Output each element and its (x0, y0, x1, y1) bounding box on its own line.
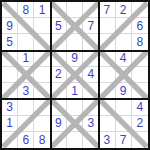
cell-r9c7[interactable]: 3 (99, 132, 115, 148)
cell-r7c5[interactable] (67, 99, 83, 115)
given-digit: 2 (120, 4, 127, 16)
given-digit: 6 (137, 20, 144, 32)
sudoku-board: 8172957658194243193419326837 (0, 0, 150, 150)
cell-r8c4[interactable]: 9 (51, 116, 67, 132)
cell-r8c8[interactable] (116, 116, 132, 132)
cell-r8c3[interactable] (34, 116, 50, 132)
cell-r9c6[interactable] (83, 132, 99, 148)
cell-r7c9[interactable]: 4 (132, 99, 148, 115)
cell-r9c3[interactable]: 8 (34, 132, 50, 148)
given-digit: 9 (120, 85, 127, 97)
cell-r8c7[interactable] (99, 116, 115, 132)
given-digit: 7 (120, 134, 127, 146)
cell-r4c4[interactable] (51, 51, 67, 67)
sudoku-grid: 8172957658194243193419326837 (2, 2, 148, 148)
cell-r8c5[interactable] (67, 116, 83, 132)
given-digit: 3 (22, 85, 29, 97)
given-digit: 2 (55, 68, 62, 80)
cell-r2c8[interactable] (116, 18, 132, 34)
cell-r1c9[interactable] (132, 2, 148, 18)
cell-r1c6[interactable] (83, 2, 99, 18)
given-digit: 3 (87, 117, 94, 129)
cell-r1c7[interactable]: 7 (99, 2, 115, 18)
given-digit: 6 (22, 134, 29, 146)
given-digit: 5 (55, 20, 62, 32)
cell-r1c5[interactable] (67, 2, 83, 18)
cell-r5c6[interactable]: 4 (83, 67, 99, 83)
given-digit: 3 (6, 101, 13, 113)
cell-r8c2[interactable] (18, 116, 34, 132)
given-digit: 8 (137, 36, 144, 48)
cell-r2c9[interactable]: 6 (132, 18, 148, 34)
cell-r2c7[interactable] (99, 18, 115, 34)
cell-r2c6[interactable]: 7 (83, 18, 99, 34)
cell-r2c5[interactable] (67, 18, 83, 34)
cell-r6c7[interactable] (99, 83, 115, 99)
cell-r6c4[interactable] (51, 83, 67, 99)
given-digit: 1 (71, 85, 78, 97)
cell-r2c4[interactable]: 5 (51, 18, 67, 34)
cell-r8c1[interactable]: 1 (2, 116, 18, 132)
given-digit: 3 (104, 134, 111, 146)
cell-r4c5[interactable]: 9 (67, 51, 83, 67)
given-digit: 8 (39, 134, 46, 146)
cell-r6c9[interactable] (132, 83, 148, 99)
cell-r5c1[interactable] (2, 67, 18, 83)
cell-r9c1[interactable] (2, 132, 18, 148)
given-digit: 2 (137, 117, 144, 129)
cell-r9c2[interactable]: 6 (18, 132, 34, 148)
given-digit: 5 (6, 36, 13, 48)
given-digit: 1 (39, 4, 46, 16)
given-digit: 9 (6, 20, 13, 32)
cell-r4c7[interactable] (99, 51, 115, 67)
cell-r6c8[interactable]: 9 (116, 83, 132, 99)
cell-r5c4[interactable]: 2 (51, 67, 67, 83)
cell-r5c3[interactable] (34, 67, 50, 83)
cell-r7c8[interactable] (116, 99, 132, 115)
cell-r5c9[interactable] (132, 67, 148, 83)
cell-r9c5[interactable] (67, 132, 83, 148)
cell-r3c2[interactable] (18, 34, 34, 50)
cell-r9c9[interactable] (132, 132, 148, 148)
given-digit: 9 (55, 117, 62, 129)
cell-r7c6[interactable] (83, 99, 99, 115)
cell-r4c2[interactable]: 1 (18, 51, 34, 67)
cell-r3c3[interactable] (34, 34, 50, 50)
cell-r4c8[interactable]: 4 (116, 51, 132, 67)
cell-r3c5[interactable] (67, 34, 83, 50)
given-digit: 8 (22, 4, 29, 16)
cell-r1c8[interactable]: 2 (116, 2, 132, 18)
cell-r3c7[interactable] (99, 34, 115, 50)
given-digit: 1 (6, 117, 13, 129)
cell-r1c1[interactable] (2, 2, 18, 18)
cell-r1c2[interactable]: 8 (18, 2, 34, 18)
cell-r3c8[interactable] (116, 34, 132, 50)
cell-r7c1[interactable]: 3 (2, 99, 18, 115)
cell-r1c4[interactable] (51, 2, 67, 18)
cell-r8c6[interactable]: 3 (83, 116, 99, 132)
cell-r6c6[interactable] (83, 83, 99, 99)
cell-r6c2[interactable]: 3 (18, 83, 34, 99)
cell-r5c5[interactable] (67, 67, 83, 83)
cell-r7c7[interactable] (99, 99, 115, 115)
given-digit: 9 (71, 52, 78, 64)
cell-r3c9[interactable]: 8 (132, 34, 148, 50)
cell-r2c2[interactable] (18, 18, 34, 34)
given-digit: 7 (104, 4, 111, 16)
cell-r5c8[interactable] (116, 67, 132, 83)
cell-r5c2[interactable] (18, 67, 34, 83)
cell-r2c3[interactable] (34, 18, 50, 34)
cell-r6c5[interactable]: 1 (67, 83, 83, 99)
cell-r1c3[interactable]: 1 (34, 2, 50, 18)
cell-r7c4[interactable] (51, 99, 67, 115)
given-digit: 4 (120, 52, 127, 64)
cell-r4c6[interactable] (83, 51, 99, 67)
cell-r4c3[interactable] (34, 51, 50, 67)
cell-r4c1[interactable] (2, 51, 18, 67)
cell-r4c9[interactable] (132, 51, 148, 67)
cell-r5c7[interactable] (99, 67, 115, 83)
cell-r3c1[interactable]: 5 (2, 34, 18, 50)
cell-r9c4[interactable] (51, 132, 67, 148)
cell-r2c1[interactable]: 9 (2, 18, 18, 34)
cell-r7c2[interactable] (18, 99, 34, 115)
cell-r7c3[interactable] (34, 99, 50, 115)
cell-r6c3[interactable] (34, 83, 50, 99)
cell-r3c6[interactable] (83, 34, 99, 50)
cell-r3c4[interactable] (51, 34, 67, 50)
cell-r9c8[interactable]: 7 (116, 132, 132, 148)
cell-r8c9[interactable]: 2 (132, 116, 148, 132)
given-digit: 7 (87, 20, 94, 32)
given-digit: 4 (87, 68, 94, 80)
given-digit: 4 (137, 101, 144, 113)
cell-r6c1[interactable] (2, 83, 18, 99)
given-digit: 1 (22, 52, 29, 64)
